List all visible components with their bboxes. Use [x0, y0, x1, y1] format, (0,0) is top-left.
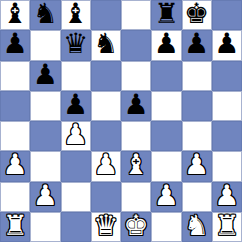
black-pawn[interactable]: ♟: [154, 30, 179, 58]
square-b6[interactable]: ♟: [30, 61, 60, 91]
square-h1[interactable]: ♜: [212, 212, 242, 242]
square-f4[interactable]: [151, 121, 181, 151]
black-knight[interactable]: ♞: [93, 30, 118, 58]
square-h3[interactable]: [212, 151, 242, 181]
square-d8[interactable]: [91, 0, 121, 30]
white-knight[interactable]: ♞: [184, 212, 209, 240]
square-b1[interactable]: [30, 212, 60, 242]
white-king[interactable]: ♚: [124, 212, 149, 240]
square-g6[interactable]: [182, 61, 212, 91]
square-f6[interactable]: [151, 61, 181, 91]
black-rook[interactable]: ♜: [154, 0, 179, 28]
square-b5[interactable]: [30, 91, 60, 121]
square-e1[interactable]: ♚: [121, 212, 151, 242]
square-g7[interactable]: ♟: [182, 30, 212, 60]
black-bishop[interactable]: ♝: [63, 0, 88, 28]
square-f2[interactable]: ♟: [151, 182, 181, 212]
square-f7[interactable]: ♟: [151, 30, 181, 60]
square-d3[interactable]: ♟: [91, 151, 121, 181]
square-g5[interactable]: [182, 91, 212, 121]
white-pawn[interactable]: ♟: [214, 182, 239, 210]
white-bishop[interactable]: ♝: [124, 151, 149, 179]
square-a6[interactable]: [0, 61, 30, 91]
square-b3[interactable]: [30, 151, 60, 181]
square-g3[interactable]: ♟: [182, 151, 212, 181]
black-pawn[interactable]: ♟: [124, 91, 149, 119]
square-b7[interactable]: [30, 30, 60, 60]
square-a1[interactable]: ♜: [0, 212, 30, 242]
square-h2[interactable]: ♟: [212, 182, 242, 212]
square-b2[interactable]: ♟: [30, 182, 60, 212]
white-queen[interactable]: ♛: [93, 212, 118, 240]
square-e3[interactable]: ♝: [121, 151, 151, 181]
square-b4[interactable]: [30, 121, 60, 151]
square-c6[interactable]: [61, 61, 91, 91]
white-pawn[interactable]: ♟: [93, 151, 118, 179]
square-c4[interactable]: ♟: [61, 121, 91, 151]
square-g8[interactable]: ♚: [182, 0, 212, 30]
black-pawn[interactable]: ♟: [184, 30, 209, 58]
square-d5[interactable]: [91, 91, 121, 121]
square-a7[interactable]: ♟: [0, 30, 30, 60]
square-b8[interactable]: ♞: [30, 0, 60, 30]
white-pawn[interactable]: ♟: [184, 151, 209, 179]
square-h8[interactable]: [212, 0, 242, 30]
square-a5[interactable]: [0, 91, 30, 121]
square-g4[interactable]: [182, 121, 212, 151]
square-f3[interactable]: [151, 151, 181, 181]
square-h6[interactable]: [212, 61, 242, 91]
square-d6[interactable]: [91, 61, 121, 91]
square-c8[interactable]: ♝: [61, 0, 91, 30]
black-pawn[interactable]: ♟: [214, 30, 239, 58]
square-e8[interactable]: [121, 0, 151, 30]
square-f1[interactable]: [151, 212, 181, 242]
square-c5[interactable]: ♟: [61, 91, 91, 121]
white-pawn[interactable]: ♟: [3, 151, 28, 179]
square-d4[interactable]: [91, 121, 121, 151]
square-d7[interactable]: ♞: [91, 30, 121, 60]
white-pawn[interactable]: ♟: [63, 121, 88, 149]
square-c1[interactable]: [61, 212, 91, 242]
square-e2[interactable]: [121, 182, 151, 212]
black-queen[interactable]: ♛: [63, 30, 88, 58]
square-h4[interactable]: [212, 121, 242, 151]
square-e6[interactable]: [121, 61, 151, 91]
square-a8[interactable]: ♝: [0, 0, 30, 30]
square-a2[interactable]: [0, 182, 30, 212]
black-pawn[interactable]: ♟: [3, 30, 28, 58]
square-g2[interactable]: [182, 182, 212, 212]
square-h7[interactable]: ♟: [212, 30, 242, 60]
chess-board: ♝♞♝♜♚♟♛♞♟♟♟♟♟♟♟♟♟♝♟♟♟♟♜♛♚♞♜: [0, 0, 242, 242]
white-rook[interactable]: ♜: [3, 212, 28, 240]
square-a4[interactable]: [0, 121, 30, 151]
square-c3[interactable]: [61, 151, 91, 181]
square-h5[interactable]: [212, 91, 242, 121]
white-rook[interactable]: ♜: [214, 212, 239, 240]
square-g1[interactable]: ♞: [182, 212, 212, 242]
square-f5[interactable]: [151, 91, 181, 121]
square-d2[interactable]: [91, 182, 121, 212]
white-pawn[interactable]: ♟: [33, 182, 58, 210]
square-c7[interactable]: ♛: [61, 30, 91, 60]
black-knight[interactable]: ♞: [33, 0, 58, 28]
square-e5[interactable]: ♟: [121, 91, 151, 121]
square-c2[interactable]: [61, 182, 91, 212]
black-pawn[interactable]: ♟: [33, 61, 58, 89]
square-f8[interactable]: ♜: [151, 0, 181, 30]
black-pawn[interactable]: ♟: [63, 91, 88, 119]
square-e4[interactable]: [121, 121, 151, 151]
black-bishop[interactable]: ♝: [3, 0, 28, 28]
square-e7[interactable]: [121, 30, 151, 60]
square-a3[interactable]: ♟: [0, 151, 30, 181]
white-pawn[interactable]: ♟: [154, 182, 179, 210]
square-d1[interactable]: ♛: [91, 212, 121, 242]
black-king[interactable]: ♚: [184, 0, 209, 28]
